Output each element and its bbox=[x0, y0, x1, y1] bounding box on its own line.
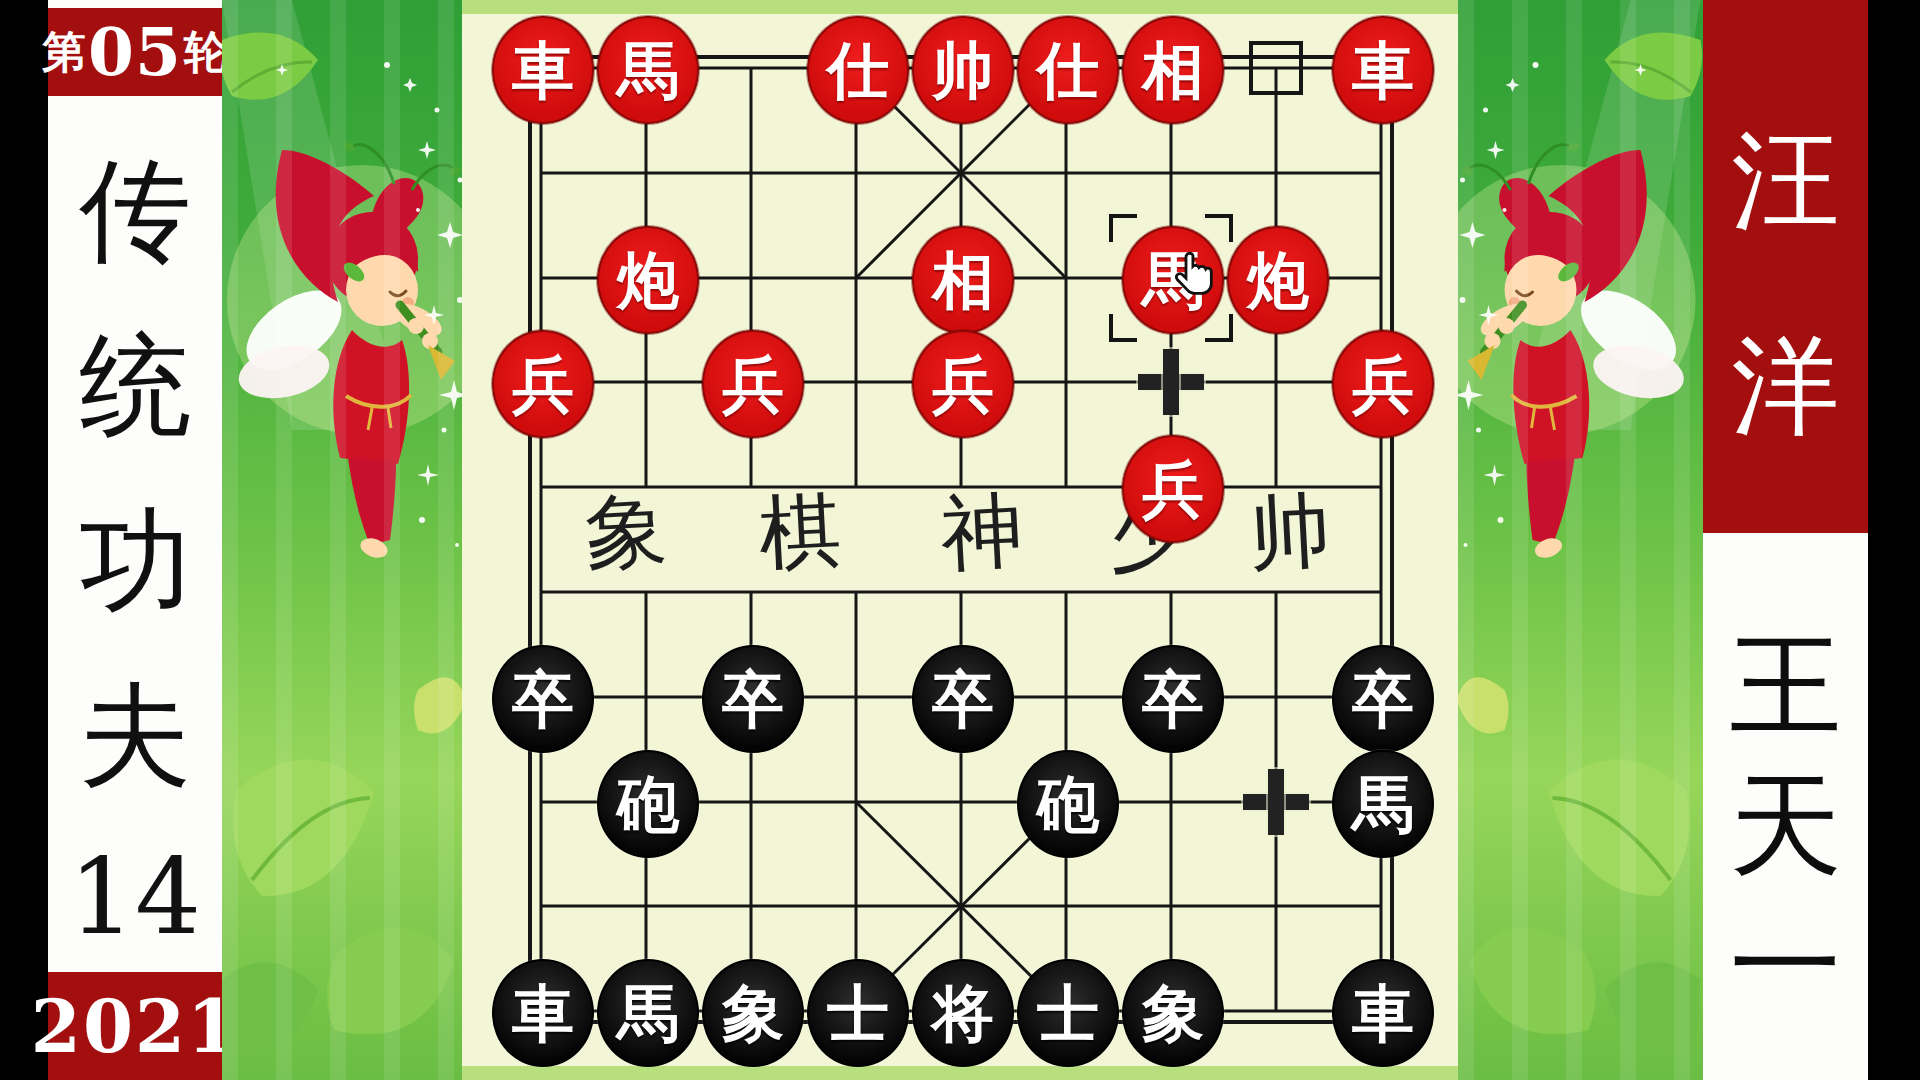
river-character: 帅 bbox=[1246, 476, 1334, 590]
piece-glyph: 象 bbox=[722, 981, 784, 1045]
mouse-hand-cursor bbox=[1168, 248, 1220, 308]
player-black-name-char: 王 bbox=[1703, 629, 1868, 741]
piece-glyph: 馬 bbox=[1352, 772, 1414, 836]
piece-glyph: 車 bbox=[1352, 38, 1414, 102]
red-piece-帅[interactable]: 帅 bbox=[912, 16, 1014, 124]
player-red-name-char: 汪 bbox=[1703, 127, 1868, 235]
black-piece-将[interactable]: 将 bbox=[912, 959, 1014, 1067]
piece-glyph: 砲 bbox=[617, 772, 679, 836]
xiangqi-board[interactable]: 象棋神少帅 車馬仕帅仕相車炮相馬炮兵兵兵兵兵卒卒卒卒卒砲砲馬車馬象士将士象車 bbox=[462, 14, 1458, 1066]
right-decoration-fairy-art bbox=[1458, 0, 1703, 1080]
piece-glyph: 炮 bbox=[1247, 248, 1309, 312]
previous-move-cross-marker bbox=[1243, 769, 1309, 835]
black-piece-象[interactable]: 象 bbox=[702, 959, 804, 1067]
black-piece-砲[interactable]: 砲 bbox=[1017, 750, 1119, 858]
black-piece-砲[interactable]: 砲 bbox=[597, 750, 699, 858]
black-piece-士[interactable]: 士 bbox=[1017, 959, 1119, 1067]
red-piece-仕[interactable]: 仕 bbox=[1017, 16, 1119, 124]
piece-glyph: 卒 bbox=[1352, 667, 1414, 731]
black-piece-卒[interactable]: 卒 bbox=[1122, 645, 1224, 753]
piece-glyph: 帅 bbox=[932, 38, 994, 102]
previous-move-cross-marker bbox=[1138, 349, 1204, 415]
piece-glyph: 兵 bbox=[1142, 457, 1204, 521]
round-badge-number: 05 bbox=[88, 13, 182, 91]
piece-glyph: 士 bbox=[827, 981, 889, 1045]
red-piece-仕[interactable]: 仕 bbox=[807, 16, 909, 124]
piece-glyph: 砲 bbox=[1037, 772, 1099, 836]
black-piece-士[interactable]: 士 bbox=[807, 959, 909, 1067]
red-piece-車[interactable]: 車 bbox=[1332, 16, 1434, 124]
red-piece-兵[interactable]: 兵 bbox=[912, 330, 1014, 438]
red-piece-相[interactable]: 相 bbox=[912, 226, 1014, 334]
right-info-panel: 汪洋 王天一 bbox=[1703, 0, 1868, 1080]
piece-glyph: 馬 bbox=[617, 981, 679, 1045]
fairy-figure bbox=[1460, 141, 1690, 561]
player-black-name-char: 一 bbox=[1703, 909, 1868, 1021]
sparkle-stars bbox=[276, 62, 462, 547]
piece-glyph: 兵 bbox=[1352, 352, 1414, 416]
red-piece-兵[interactable]: 兵 bbox=[702, 330, 804, 438]
series-title-char: 传 bbox=[48, 154, 222, 266]
river-character: 棋 bbox=[756, 476, 844, 590]
series-title-char: 统 bbox=[48, 329, 222, 441]
piece-glyph: 卒 bbox=[932, 667, 994, 731]
piece-glyph: 象 bbox=[1142, 981, 1204, 1045]
black-piece-馬[interactable]: 馬 bbox=[1332, 750, 1434, 858]
black-piece-卒[interactable]: 卒 bbox=[702, 645, 804, 753]
black-piece-車[interactable]: 車 bbox=[492, 959, 594, 1067]
red-piece-兵[interactable]: 兵 bbox=[492, 330, 594, 438]
piece-glyph: 卒 bbox=[512, 667, 574, 731]
piece-glyph: 兵 bbox=[512, 352, 574, 416]
red-piece-馬[interactable]: 馬 bbox=[597, 16, 699, 124]
red-piece-炮[interactable]: 炮 bbox=[597, 226, 699, 334]
fairy-figure bbox=[233, 141, 462, 561]
player-black-name-char: 天 bbox=[1703, 769, 1868, 881]
piece-glyph: 車 bbox=[512, 981, 574, 1045]
sparkle-stars bbox=[1458, 62, 1647, 547]
board-area: 象棋神少帅 車馬仕帅仕相車炮相馬炮兵兵兵兵兵卒卒卒卒卒砲砲馬車馬象士将士象車 bbox=[462, 0, 1458, 1080]
round-badge-prefix: 第 bbox=[42, 23, 86, 82]
series-title-char: 功 bbox=[48, 504, 222, 616]
red-piece-兵[interactable]: 兵 bbox=[1332, 330, 1434, 438]
fairy-illustration bbox=[1458, 0, 1703, 1080]
player-red-name-char: 洋 bbox=[1703, 332, 1868, 440]
piece-glyph: 炮 bbox=[617, 248, 679, 312]
black-piece-卒[interactable]: 卒 bbox=[1332, 645, 1434, 753]
series-title-char: 夫 bbox=[48, 679, 222, 791]
black-piece-車[interactable]: 車 bbox=[1332, 959, 1434, 1067]
last-move-origin-marker bbox=[1249, 41, 1303, 95]
piece-glyph: 士 bbox=[1037, 981, 1099, 1045]
fairy-illustration bbox=[222, 0, 462, 1080]
left-info-panel: 第 05 轮 传统功夫 14 2021 bbox=[48, 0, 222, 1080]
leaf-cluster bbox=[1458, 677, 1701, 1057]
leaf-top bbox=[1605, 32, 1703, 99]
black-piece-馬[interactable]: 馬 bbox=[597, 959, 699, 1067]
player-red-nameplate: 汪洋 bbox=[1703, 0, 1868, 533]
piece-glyph: 相 bbox=[932, 248, 994, 312]
piece-glyph: 馬 bbox=[617, 38, 679, 102]
round-badge: 第 05 轮 bbox=[48, 8, 222, 96]
piece-glyph: 車 bbox=[512, 38, 574, 102]
year-badge: 2021 bbox=[48, 972, 222, 1080]
red-piece-車[interactable]: 車 bbox=[492, 16, 594, 124]
black-piece-卒[interactable]: 卒 bbox=[912, 645, 1014, 753]
piece-glyph: 仕 bbox=[827, 38, 889, 102]
leaf-top bbox=[222, 32, 318, 99]
piece-glyph: 兵 bbox=[722, 352, 784, 416]
video-frame: 第 05 轮 传统功夫 14 2021 bbox=[0, 0, 1920, 1080]
episode-number: 14 bbox=[48, 836, 222, 958]
piece-glyph: 将 bbox=[932, 981, 994, 1045]
black-piece-卒[interactable]: 卒 bbox=[492, 645, 594, 753]
piece-glyph: 車 bbox=[1352, 981, 1414, 1045]
piece-glyph: 卒 bbox=[722, 667, 784, 731]
river-character: 神 bbox=[938, 476, 1026, 590]
left-decoration-fairy-art bbox=[222, 0, 462, 1080]
red-piece-炮[interactable]: 炮 bbox=[1227, 226, 1329, 334]
leaf-cluster bbox=[222, 677, 462, 1057]
piece-glyph: 相 bbox=[1142, 38, 1204, 102]
red-piece-兵[interactable]: 兵 bbox=[1122, 435, 1224, 543]
piece-glyph: 兵 bbox=[932, 352, 994, 416]
red-piece-相[interactable]: 相 bbox=[1122, 16, 1224, 124]
black-piece-象[interactable]: 象 bbox=[1122, 959, 1224, 1067]
piece-glyph: 卒 bbox=[1142, 667, 1204, 731]
piece-glyph: 仕 bbox=[1037, 38, 1099, 102]
river-character: 象 bbox=[582, 476, 670, 590]
